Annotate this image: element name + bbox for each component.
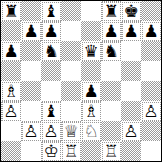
square-e7[interactable] bbox=[81, 21, 101, 41]
square-h2[interactable] bbox=[141, 121, 161, 141]
square-b3[interactable] bbox=[21, 101, 41, 121]
square-e6[interactable]: ♛ bbox=[81, 41, 101, 61]
square-e8[interactable] bbox=[81, 1, 101, 21]
black-pawn-icon[interactable]: ♟ bbox=[142, 22, 161, 41]
square-d1[interactable]: ♖ bbox=[61, 141, 81, 161]
square-b6[interactable] bbox=[21, 41, 41, 61]
white-pawn-icon[interactable]: ♙ bbox=[2, 102, 21, 121]
square-a5[interactable] bbox=[1, 61, 21, 81]
black-rook-icon[interactable]: ♜ bbox=[102, 2, 121, 21]
square-g7[interactable]: ♟ bbox=[121, 21, 141, 41]
square-a6[interactable]: ♟ bbox=[1, 41, 21, 61]
square-c1[interactable]: ♔ bbox=[41, 141, 61, 161]
square-a8[interactable]: ♜ bbox=[1, 1, 21, 21]
square-c7[interactable]: ♟ bbox=[41, 21, 61, 41]
chess-board: ♜♝♜♚♟♟♟♟♟♟♞♛♞♗♟♙♝♗♙♙♙♕♘♙♔♖♖ bbox=[0, 0, 162, 162]
white-pawn-icon[interactable]: ♙ bbox=[122, 122, 141, 141]
square-e1[interactable] bbox=[81, 141, 101, 161]
white-pawn-icon[interactable]: ♙ bbox=[42, 122, 61, 141]
square-b1[interactable] bbox=[21, 141, 41, 161]
square-f3[interactable] bbox=[101, 101, 121, 121]
black-knight-icon[interactable]: ♞ bbox=[102, 42, 121, 61]
black-queen-icon[interactable]: ♛ bbox=[82, 42, 101, 61]
square-f5[interactable] bbox=[101, 61, 121, 81]
square-c4[interactable] bbox=[41, 81, 61, 101]
chess-diagram: ♜♝♜♚♟♟♟♟♟♟♞♛♞♗♟♙♝♗♙♙♙♕♘♙♔♖♖ bbox=[0, 0, 162, 162]
square-d6[interactable] bbox=[61, 41, 81, 61]
black-pawn-icon[interactable]: ♟ bbox=[42, 22, 61, 41]
square-f4[interactable] bbox=[101, 81, 121, 101]
square-h3[interactable]: ♙ bbox=[141, 101, 161, 121]
square-f7[interactable]: ♟ bbox=[101, 21, 121, 41]
square-h1[interactable] bbox=[141, 141, 161, 161]
square-c5[interactable] bbox=[41, 61, 61, 81]
square-d7[interactable] bbox=[61, 21, 81, 41]
square-g8[interactable]: ♚ bbox=[121, 1, 141, 21]
white-bishop-icon[interactable]: ♗ bbox=[2, 82, 21, 101]
black-rook-icon[interactable]: ♜ bbox=[2, 2, 21, 21]
square-d4[interactable] bbox=[61, 81, 81, 101]
square-a7[interactable] bbox=[1, 21, 21, 41]
square-c2[interactable]: ♙ bbox=[41, 121, 61, 141]
black-pawn-icon[interactable]: ♟ bbox=[102, 22, 121, 41]
square-e4[interactable]: ♟ bbox=[81, 81, 101, 101]
white-rook-icon[interactable]: ♖ bbox=[62, 142, 81, 161]
square-e5[interactable] bbox=[81, 61, 101, 81]
black-bishop-icon[interactable]: ♝ bbox=[42, 2, 61, 21]
square-h4[interactable] bbox=[141, 81, 161, 101]
white-knight-icon[interactable]: ♘ bbox=[82, 122, 101, 141]
white-bishop-icon[interactable]: ♗ bbox=[82, 102, 101, 121]
square-g5[interactable] bbox=[121, 61, 141, 81]
square-a2[interactable] bbox=[1, 121, 21, 141]
white-queen-icon[interactable]: ♕ bbox=[62, 122, 81, 141]
square-c8[interactable]: ♝ bbox=[41, 1, 61, 21]
square-b4[interactable] bbox=[21, 81, 41, 101]
square-g2[interactable]: ♙ bbox=[121, 121, 141, 141]
square-e3[interactable]: ♗ bbox=[81, 101, 101, 121]
square-d3[interactable] bbox=[61, 101, 81, 121]
square-c3[interactable]: ♝ bbox=[41, 101, 61, 121]
square-f2[interactable] bbox=[101, 121, 121, 141]
black-pawn-icon[interactable]: ♟ bbox=[122, 22, 141, 41]
square-b5[interactable] bbox=[21, 61, 41, 81]
square-c6[interactable]: ♞ bbox=[41, 41, 61, 61]
square-f1[interactable]: ♖ bbox=[101, 141, 121, 161]
square-h8[interactable] bbox=[141, 1, 161, 21]
white-pawn-icon[interactable]: ♙ bbox=[142, 102, 161, 121]
black-pawn-icon[interactable]: ♟ bbox=[82, 82, 101, 101]
square-g3[interactable] bbox=[121, 101, 141, 121]
square-g6[interactable] bbox=[121, 41, 141, 61]
square-b8[interactable] bbox=[21, 1, 41, 21]
square-e2[interactable]: ♘ bbox=[81, 121, 101, 141]
square-f6[interactable]: ♞ bbox=[101, 41, 121, 61]
black-bishop-icon[interactable]: ♝ bbox=[42, 102, 61, 121]
square-a4[interactable]: ♗ bbox=[1, 81, 21, 101]
square-d8[interactable] bbox=[61, 1, 81, 21]
square-b2[interactable]: ♙ bbox=[21, 121, 41, 141]
square-h5[interactable] bbox=[141, 61, 161, 81]
black-knight-icon[interactable]: ♞ bbox=[42, 42, 61, 61]
white-rook-icon[interactable]: ♖ bbox=[102, 142, 121, 161]
square-g1[interactable] bbox=[121, 141, 141, 161]
white-pawn-icon[interactable]: ♙ bbox=[22, 122, 41, 141]
square-h7[interactable]: ♟ bbox=[141, 21, 161, 41]
square-a1[interactable] bbox=[1, 141, 21, 161]
white-king-icon[interactable]: ♔ bbox=[42, 142, 61, 161]
square-d5[interactable] bbox=[61, 61, 81, 81]
black-king-icon[interactable]: ♚ bbox=[122, 2, 141, 21]
square-g4[interactable] bbox=[121, 81, 141, 101]
square-h6[interactable] bbox=[141, 41, 161, 61]
square-f8[interactable]: ♜ bbox=[101, 1, 121, 21]
square-b7[interactable]: ♟ bbox=[21, 21, 41, 41]
black-pawn-icon[interactable]: ♟ bbox=[2, 42, 21, 61]
square-a3[interactable]: ♙ bbox=[1, 101, 21, 121]
square-d2[interactable]: ♕ bbox=[61, 121, 81, 141]
black-pawn-icon[interactable]: ♟ bbox=[22, 22, 41, 41]
